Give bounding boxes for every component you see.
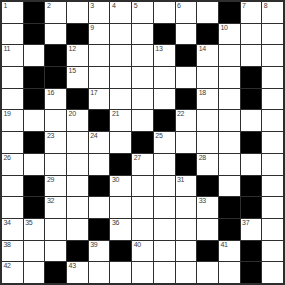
clue-number: 35 <box>25 219 32 227</box>
white-cell[interactable]: 19 <box>2 110 23 131</box>
white-cell[interactable] <box>67 2 88 23</box>
white-cell[interactable]: 6 <box>176 2 197 23</box>
white-cell[interactable]: 36 <box>110 219 131 240</box>
white-cell[interactable] <box>24 45 45 66</box>
black-cell <box>241 176 262 197</box>
white-cell[interactable] <box>2 197 23 218</box>
white-cell[interactable] <box>197 262 218 283</box>
white-cell[interactable] <box>154 262 175 283</box>
black-cell <box>176 45 197 66</box>
black-cell <box>45 262 66 283</box>
white-cell[interactable] <box>262 197 283 218</box>
crossword-grid: 1234567891011121314151617181920212223242… <box>0 0 285 285</box>
white-cell[interactable]: 28 <box>197 154 218 175</box>
white-cell[interactable]: 25 <box>154 132 175 153</box>
white-cell[interactable]: 40 <box>132 241 153 262</box>
white-cell[interactable]: 16 <box>45 89 66 110</box>
clue-number: 3 <box>90 2 94 10</box>
white-cell[interactable] <box>45 154 66 175</box>
white-cell[interactable]: 41 <box>219 241 240 262</box>
white-cell[interactable] <box>89 154 110 175</box>
white-cell[interactable] <box>67 219 88 240</box>
white-cell[interactable] <box>67 197 88 218</box>
white-cell[interactable]: 34 <box>2 219 23 240</box>
white-cell[interactable] <box>110 24 131 45</box>
white-cell[interactable] <box>197 2 218 23</box>
white-cell[interactable] <box>176 24 197 45</box>
clue-number: 40 <box>134 241 141 249</box>
white-cell[interactable] <box>45 241 66 262</box>
white-cell[interactable] <box>89 262 110 283</box>
clue-number: 6 <box>177 2 181 10</box>
black-cell <box>241 241 262 262</box>
white-cell[interactable] <box>241 110 262 131</box>
white-cell[interactable] <box>176 262 197 283</box>
clue-number: 2 <box>47 2 51 10</box>
white-cell[interactable] <box>262 89 283 110</box>
black-cell <box>45 67 66 88</box>
white-cell[interactable] <box>241 154 262 175</box>
white-cell[interactable]: 27 <box>132 154 153 175</box>
clue-number: 12 <box>69 45 76 53</box>
clue-number: 28 <box>199 154 206 162</box>
white-cell[interactable] <box>45 219 66 240</box>
white-cell[interactable]: 35 <box>24 219 45 240</box>
white-cell[interactable] <box>176 197 197 218</box>
white-cell[interactable] <box>89 45 110 66</box>
white-cell[interactable] <box>219 110 240 131</box>
white-cell[interactable] <box>176 132 197 153</box>
white-cell[interactable]: 20 <box>67 110 88 131</box>
white-cell[interactable]: 43 <box>67 262 88 283</box>
white-cell[interactable] <box>67 154 88 175</box>
white-cell[interactable] <box>132 45 153 66</box>
clue-number: 24 <box>90 132 97 140</box>
white-cell[interactable] <box>219 154 240 175</box>
white-cell[interactable] <box>110 89 131 110</box>
black-cell <box>241 197 262 218</box>
clue-number: 15 <box>69 67 76 75</box>
white-cell[interactable]: 22 <box>176 110 197 131</box>
clue-number: 14 <box>199 45 206 53</box>
white-cell[interactable] <box>219 89 240 110</box>
white-cell[interactable] <box>154 176 175 197</box>
clue-number: 16 <box>47 89 54 97</box>
white-cell[interactable] <box>262 176 283 197</box>
white-cell[interactable]: 10 <box>219 24 240 45</box>
black-cell <box>197 24 218 45</box>
white-cell[interactable] <box>110 197 131 218</box>
clue-number: 8 <box>264 2 268 10</box>
clue-number: 4 <box>112 2 116 10</box>
white-cell[interactable] <box>2 132 23 153</box>
white-cell[interactable]: 1 <box>2 2 23 23</box>
black-cell <box>89 219 110 240</box>
white-cell[interactable] <box>197 67 218 88</box>
black-cell <box>24 197 45 218</box>
clue-number: 43 <box>69 262 76 270</box>
white-cell[interactable] <box>176 67 197 88</box>
white-cell[interactable] <box>24 110 45 131</box>
black-cell <box>154 24 175 45</box>
black-cell <box>24 24 45 45</box>
white-cell[interactable]: 17 <box>89 89 110 110</box>
clue-number: 25 <box>155 132 162 140</box>
white-cell[interactable] <box>219 67 240 88</box>
white-cell[interactable] <box>241 45 262 66</box>
black-cell <box>219 219 240 240</box>
white-cell[interactable]: 15 <box>67 67 88 88</box>
clue-number: 33 <box>199 197 206 205</box>
white-cell[interactable] <box>132 110 153 131</box>
white-cell[interactable]: 11 <box>2 45 23 66</box>
white-cell[interactable] <box>241 24 262 45</box>
white-cell[interactable] <box>176 241 197 262</box>
white-cell[interactable] <box>154 2 175 23</box>
white-cell[interactable] <box>67 176 88 197</box>
black-cell <box>132 132 153 153</box>
clue-number: 7 <box>242 2 246 10</box>
white-cell[interactable] <box>110 67 131 88</box>
white-cell[interactable] <box>110 45 131 66</box>
white-cell[interactable] <box>197 132 218 153</box>
white-cell[interactable]: 9 <box>89 24 110 45</box>
clue-number: 32 <box>47 197 54 205</box>
black-cell <box>24 132 45 153</box>
white-cell[interactable]: 33 <box>197 197 218 218</box>
white-cell[interactable] <box>45 24 66 45</box>
clue-number: 9 <box>90 24 94 32</box>
clue-number: 30 <box>112 176 119 184</box>
white-cell[interactable] <box>24 241 45 262</box>
clue-number: 39 <box>90 241 97 249</box>
white-cell[interactable] <box>89 197 110 218</box>
white-cell[interactable] <box>132 89 153 110</box>
white-cell[interactable] <box>89 67 110 88</box>
white-cell[interactable] <box>67 132 88 153</box>
white-cell[interactable]: 39 <box>89 241 110 262</box>
white-cell[interactable] <box>154 241 175 262</box>
black-cell <box>176 89 197 110</box>
white-cell[interactable] <box>262 24 283 45</box>
clue-number: 10 <box>220 24 227 32</box>
clue-number: 42 <box>4 262 11 270</box>
clue-number: 17 <box>90 89 97 97</box>
black-cell <box>24 67 45 88</box>
white-cell[interactable] <box>24 154 45 175</box>
black-cell <box>154 110 175 131</box>
white-cell[interactable] <box>132 197 153 218</box>
white-cell[interactable] <box>154 154 175 175</box>
black-cell <box>89 110 110 131</box>
black-cell <box>241 132 262 153</box>
clue-number: 38 <box>4 241 11 249</box>
white-cell[interactable]: 38 <box>2 241 23 262</box>
white-cell[interactable] <box>262 45 283 66</box>
white-cell[interactable] <box>2 67 23 88</box>
white-cell[interactable] <box>132 176 153 197</box>
white-cell[interactable]: 26 <box>2 154 23 175</box>
black-cell <box>67 24 88 45</box>
white-cell[interactable] <box>262 241 283 262</box>
clue-number: 13 <box>155 45 162 53</box>
clue-number: 27 <box>134 154 141 162</box>
clue-number: 21 <box>112 110 119 118</box>
white-cell[interactable]: 37 <box>241 219 262 240</box>
black-cell <box>110 154 131 175</box>
white-cell[interactable] <box>154 219 175 240</box>
white-cell[interactable] <box>262 219 283 240</box>
white-cell[interactable] <box>154 89 175 110</box>
white-cell[interactable]: 18 <box>197 89 218 110</box>
white-cell[interactable] <box>262 154 283 175</box>
white-cell[interactable] <box>132 67 153 88</box>
white-cell[interactable] <box>219 132 240 153</box>
clue-number: 23 <box>47 132 54 140</box>
black-cell <box>197 241 218 262</box>
white-cell[interactable]: 5 <box>132 2 153 23</box>
clue-number: 31 <box>177 176 184 184</box>
white-cell[interactable]: 14 <box>197 45 218 66</box>
black-cell <box>45 45 66 66</box>
white-cell[interactable] <box>2 24 23 45</box>
white-cell[interactable] <box>197 110 218 131</box>
white-cell[interactable]: 12 <box>67 45 88 66</box>
white-cell[interactable] <box>2 89 23 110</box>
white-cell[interactable] <box>262 132 283 153</box>
black-cell <box>241 262 262 283</box>
clue-number: 1 <box>4 2 8 10</box>
white-cell[interactable]: 2 <box>45 2 66 23</box>
white-cell[interactable]: 30 <box>110 176 131 197</box>
white-cell[interactable] <box>45 110 66 131</box>
black-cell <box>110 241 131 262</box>
black-cell <box>219 2 240 23</box>
white-cell[interactable] <box>110 132 131 153</box>
black-cell <box>241 67 262 88</box>
clue-number: 36 <box>112 219 119 227</box>
black-cell <box>89 176 110 197</box>
white-cell[interactable]: 3 <box>89 2 110 23</box>
white-cell[interactable]: 7 <box>241 2 262 23</box>
black-cell <box>197 176 218 197</box>
white-cell[interactable] <box>197 219 218 240</box>
black-cell <box>24 89 45 110</box>
white-cell[interactable]: 21 <box>110 110 131 131</box>
white-cell[interactable] <box>132 262 153 283</box>
white-cell[interactable] <box>176 219 197 240</box>
black-cell <box>67 89 88 110</box>
white-cell[interactable]: 29 <box>45 176 66 197</box>
clue-number: 22 <box>177 110 184 118</box>
white-cell[interactable] <box>219 45 240 66</box>
clue-number: 18 <box>199 89 206 97</box>
black-cell <box>219 197 240 218</box>
white-cell[interactable]: 8 <box>262 2 283 23</box>
black-cell <box>67 241 88 262</box>
white-cell[interactable] <box>154 197 175 218</box>
white-cell[interactable]: 4 <box>110 2 131 23</box>
clue-number: 37 <box>242 219 249 227</box>
white-cell[interactable] <box>132 219 153 240</box>
white-cell[interactable] <box>262 110 283 131</box>
white-cell[interactable] <box>262 67 283 88</box>
white-cell[interactable]: 31 <box>176 176 197 197</box>
black-cell <box>24 2 45 23</box>
clue-number: 11 <box>4 45 11 53</box>
white-cell[interactable]: 32 <box>45 197 66 218</box>
white-cell[interactable] <box>262 262 283 283</box>
clue-number: 19 <box>4 110 11 118</box>
black-cell <box>176 154 197 175</box>
white-cell[interactable] <box>24 262 45 283</box>
white-cell[interactable] <box>110 262 131 283</box>
clue-number: 29 <box>47 176 54 184</box>
white-cell[interactable] <box>132 24 153 45</box>
clue-number: 41 <box>220 241 227 249</box>
black-cell <box>241 89 262 110</box>
white-cell[interactable] <box>219 262 240 283</box>
white-cell[interactable] <box>154 67 175 88</box>
clue-number: 20 <box>69 110 76 118</box>
white-cell[interactable]: 24 <box>89 132 110 153</box>
white-cell[interactable]: 23 <box>45 132 66 153</box>
black-cell <box>24 176 45 197</box>
clue-number: 26 <box>4 154 11 162</box>
clue-number: 34 <box>4 219 11 227</box>
white-cell[interactable]: 13 <box>154 45 175 66</box>
white-cell[interactable] <box>219 176 240 197</box>
white-cell[interactable] <box>2 176 23 197</box>
clue-number: 5 <box>134 2 138 10</box>
white-cell[interactable]: 42 <box>2 262 23 283</box>
